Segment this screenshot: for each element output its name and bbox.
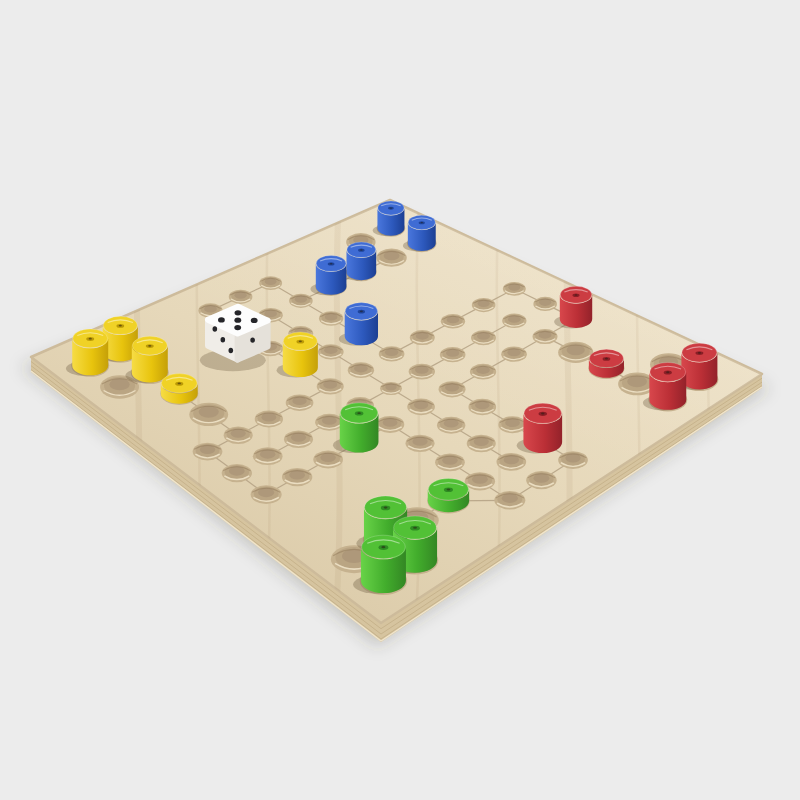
hole-goal	[409, 364, 435, 380]
hole-ring	[406, 435, 435, 452]
hole-goal	[502, 314, 526, 329]
peg-green[interactable]	[428, 478, 469, 512]
hole-ring	[319, 311, 343, 326]
hole-ring	[498, 416, 526, 433]
hole-ring	[410, 330, 435, 345]
peg-yellow[interactable]	[161, 374, 198, 404]
hole-goal	[315, 414, 343, 431]
die[interactable]	[200, 307, 268, 371]
hole-ring	[251, 485, 282, 504]
hole-goal	[437, 417, 465, 434]
hole-ring	[503, 282, 526, 296]
hole-goal	[471, 330, 496, 345]
hole-home	[376, 249, 406, 267]
hole-ring	[259, 276, 282, 290]
hole-ring	[533, 329, 558, 344]
hole-ring	[222, 464, 252, 482]
hole-ring	[286, 394, 314, 411]
peg-red[interactable]	[589, 349, 624, 378]
hole-ring	[255, 410, 283, 427]
hole-ring	[472, 298, 496, 312]
hole-ring	[317, 378, 344, 394]
hole-ring	[526, 471, 556, 489]
hole-center	[380, 382, 402, 395]
hole-connector	[558, 342, 593, 363]
ludo-board-photo: Ludo (Mensch aergere Dich nicht) - woode…	[0, 0, 800, 800]
hole-ring	[558, 451, 588, 469]
hole-ring	[193, 443, 223, 461]
hole-ring	[229, 290, 253, 304]
hole-ring	[465, 472, 495, 490]
hole-connector	[189, 403, 228, 426]
hole-goal	[348, 362, 374, 378]
hole-goal	[284, 431, 313, 448]
hole-ring	[379, 346, 405, 361]
hole-goal	[407, 399, 435, 416]
hole-ring	[435, 453, 465, 471]
hole-goal	[318, 344, 344, 359]
hole-ring	[376, 416, 404, 433]
hole-goal	[496, 453, 526, 471]
hole-goal	[467, 435, 496, 452]
hole-ring	[282, 468, 312, 486]
hole-ring	[439, 381, 466, 397]
hole-ring	[533, 297, 557, 311]
hole-ring	[501, 346, 527, 361]
hole-ring	[468, 399, 496, 416]
hole-goal	[253, 447, 283, 465]
photo-canvas	[0, 0, 800, 800]
hole-ring	[470, 364, 496, 380]
hole-ring	[289, 294, 313, 308]
hole-goal	[440, 347, 466, 362]
hole-ring	[224, 427, 253, 444]
hole-ring	[494, 491, 525, 510]
hole-ring	[313, 451, 343, 469]
hole-ring	[441, 314, 465, 329]
